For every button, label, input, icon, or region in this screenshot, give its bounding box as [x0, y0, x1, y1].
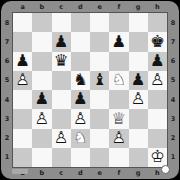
square-e4[interactable]	[90, 90, 109, 109]
piece-glyph: ♟	[148, 52, 167, 71]
square-e1[interactable]	[90, 148, 109, 167]
square-c2[interactable]: ♟♙	[52, 129, 71, 148]
black-king-h7[interactable]: ♚	[148, 32, 167, 51]
square-h2[interactable]	[148, 129, 167, 148]
square-a6[interactable]: ♟	[13, 52, 32, 71]
square-d1[interactable]	[71, 148, 90, 167]
piece-glyph: ♟	[52, 32, 71, 51]
piece-glyph: ♟	[32, 90, 51, 109]
file-labels-bottom: abcdefgh	[13, 167, 167, 179]
square-d5[interactable]: ♞	[71, 71, 90, 90]
square-b2[interactable]	[32, 129, 51, 148]
rank-label-right-4: 4	[167, 90, 179, 109]
black-pawn-f7[interactable]: ♟	[109, 32, 128, 51]
white-pawn-h5[interactable]: ♟♙	[148, 71, 167, 90]
piece-glyph: ♟	[71, 90, 90, 109]
white-pawn-d3[interactable]: ♟♙	[71, 109, 90, 128]
piece-outline-layer: ♘	[71, 129, 90, 148]
rank-label-right-2: 2	[167, 129, 179, 148]
piece-glyph: ♛	[52, 52, 71, 71]
file-label-bottom-c: c	[52, 167, 71, 179]
square-f1[interactable]	[109, 148, 128, 167]
square-h6[interactable]: ♟	[148, 52, 167, 71]
frame-logo-mark	[12, 169, 28, 174]
white-pawn-b3[interactable]: ♟♙	[32, 109, 51, 128]
square-a4[interactable]	[13, 90, 32, 109]
black-knight-d5[interactable]: ♞	[71, 71, 90, 90]
rank-label-right-5: 5	[167, 71, 179, 90]
square-f8[interactable]	[109, 13, 128, 32]
piece-glyph: ♚	[148, 32, 167, 51]
square-f2[interactable]: ♟♙	[109, 129, 128, 148]
piece-outline-layer: ♙	[129, 90, 148, 109]
square-h3[interactable]	[148, 109, 167, 128]
piece-outline-layer: ♙	[71, 109, 90, 128]
piece-outline-layer: ♙	[13, 71, 32, 90]
square-a5[interactable]: ♟♙	[13, 71, 32, 90]
square-b5[interactable]	[32, 71, 51, 90]
white-pawn-g4[interactable]: ♟♙	[129, 90, 148, 109]
square-b1[interactable]	[32, 148, 51, 167]
white-knight-d2[interactable]: ♞♘	[71, 129, 90, 148]
square-e7[interactable]	[90, 32, 109, 51]
square-h5[interactable]: ♟♙	[148, 71, 167, 90]
black-pawn-a6[interactable]: ♟	[13, 52, 32, 71]
white-pawn-a5[interactable]: ♟♙	[13, 71, 32, 90]
square-f7[interactable]: ♟	[109, 32, 128, 51]
square-c4[interactable]	[52, 90, 71, 109]
square-h7[interactable]: ♚	[148, 32, 167, 51]
square-a2[interactable]	[13, 129, 32, 148]
piece-outline-layer: ♙	[32, 109, 51, 128]
black-pawn-g5[interactable]: ♟	[129, 71, 148, 90]
square-d2[interactable]: ♞♘	[71, 129, 90, 148]
white-queen-f3[interactable]: ♛♕	[109, 109, 128, 128]
square-d6[interactable]	[71, 52, 90, 71]
square-a8[interactable]	[13, 13, 32, 32]
square-c5[interactable]	[52, 71, 71, 90]
rank-label-right-6: 6	[167, 52, 179, 71]
rank-label-right-7: 7	[167, 32, 179, 51]
square-e2[interactable]	[90, 129, 109, 148]
square-c8[interactable]	[52, 13, 71, 32]
square-e8[interactable]	[90, 13, 109, 32]
white-pawn-c2[interactable]: ♟♙	[52, 129, 71, 148]
square-f4[interactable]	[109, 90, 128, 109]
square-a7[interactable]	[13, 32, 32, 51]
piece-outline-layer: ♙	[109, 129, 128, 148]
square-c1[interactable]	[52, 148, 71, 167]
square-d3[interactable]: ♟♙	[71, 109, 90, 128]
rank-label-right-3: 3	[167, 109, 179, 128]
square-h4[interactable]	[148, 90, 167, 109]
square-c3[interactable]	[52, 109, 71, 128]
black-queen-c6[interactable]: ♛	[52, 52, 71, 71]
piece-glyph: ♞	[71, 71, 90, 90]
square-g4[interactable]: ♟♙	[129, 90, 148, 109]
square-b8[interactable]	[32, 13, 51, 32]
file-label-bottom-b: b	[32, 167, 51, 179]
square-f3[interactable]: ♛♕	[109, 109, 128, 128]
piece-outline-layer: ♘	[109, 71, 128, 90]
square-b7[interactable]	[32, 32, 51, 51]
square-e6[interactable]	[90, 52, 109, 71]
black-bishop-e5[interactable]: ♝	[90, 71, 109, 90]
file-label-bottom-d: d	[71, 167, 90, 179]
square-g6[interactable]	[129, 52, 148, 71]
square-g7[interactable]	[129, 32, 148, 51]
square-g1[interactable]	[129, 148, 148, 167]
rank-label-right-8: 8	[167, 13, 179, 32]
black-pawn-c7[interactable]: ♟	[52, 32, 71, 51]
square-b3[interactable]: ♟♙	[32, 109, 51, 128]
square-c6[interactable]: ♛	[52, 52, 71, 71]
piece-glyph: ♟	[13, 52, 32, 71]
piece-glyph: ♟	[109, 32, 128, 51]
square-g5[interactable]: ♟	[129, 71, 148, 90]
piece-glyph: ♝	[90, 71, 109, 90]
file-label-bottom-f: f	[109, 167, 128, 179]
square-g2[interactable]	[129, 129, 148, 148]
white-knight-f5[interactable]: ♞♘	[109, 71, 128, 90]
square-a3[interactable]	[13, 109, 32, 128]
square-c7[interactable]: ♟	[52, 32, 71, 51]
square-f5[interactable]: ♞♘	[109, 71, 128, 90]
square-f6[interactable]	[109, 52, 128, 71]
square-d7[interactable]	[71, 32, 90, 51]
chess-board[interactable]: ♟♟♚♟♛♟♟♙♞♝♞♘♟♟♙♟♟♟♙♟♙♟♙♛♕♟♙♞♘♟♙♚♔	[12, 12, 168, 168]
rank-labels-right: 87654321	[167, 13, 179, 167]
piece-outline-layer: ♙	[52, 129, 71, 148]
square-h8[interactable]	[148, 13, 167, 32]
white-pawn-f2[interactable]: ♟♙	[109, 129, 128, 148]
black-pawn-h6[interactable]: ♟	[148, 52, 167, 71]
black-pawn-d4[interactable]: ♟	[71, 90, 90, 109]
rank-label-right-1: 1	[167, 148, 179, 167]
piece-outline-layer: ♙	[148, 71, 167, 90]
square-b6[interactable]	[32, 52, 51, 71]
piece-glyph: ♟	[129, 71, 148, 90]
square-b4[interactable]: ♟	[32, 90, 51, 109]
square-a1[interactable]	[13, 148, 32, 167]
square-e5[interactable]: ♝	[90, 71, 109, 90]
square-g3[interactable]	[129, 109, 148, 128]
file-label-bottom-g: g	[129, 167, 148, 179]
square-d8[interactable]	[71, 13, 90, 32]
white-to-move-indicator	[161, 165, 170, 174]
file-label-bottom-e: e	[90, 167, 109, 179]
square-e3[interactable]	[90, 109, 109, 128]
square-d4[interactable]: ♟	[71, 90, 90, 109]
black-pawn-b4[interactable]: ♟	[32, 90, 51, 109]
square-g8[interactable]	[129, 13, 148, 32]
piece-outline-layer: ♕	[109, 109, 128, 128]
